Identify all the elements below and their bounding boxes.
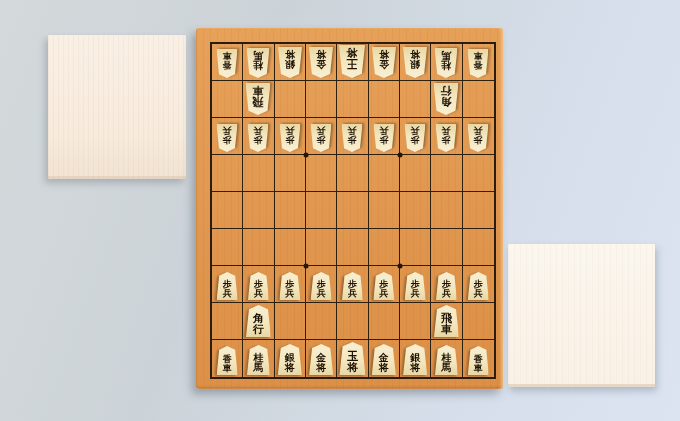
square-1f[interactable] <box>463 229 494 266</box>
sente-silver-piece[interactable]: 銀将 <box>403 344 427 375</box>
piece-face: 金将 <box>372 47 396 78</box>
square-1i[interactable]: 香車 <box>463 340 494 377</box>
piece-face: 銀将 <box>278 344 302 375</box>
square-6d[interactable] <box>306 155 337 192</box>
square-3c[interactable]: 歩兵 <box>400 118 431 155</box>
gote-knight-piece[interactable]: 桂馬 <box>435 48 458 78</box>
square-7b[interactable] <box>275 81 306 118</box>
square-7f[interactable] <box>275 229 306 266</box>
piece-face: 歩兵 <box>405 272 426 300</box>
gote-knight-piece[interactable]: 桂馬 <box>247 48 270 78</box>
sente-gold-piece[interactable]: 金将 <box>309 344 333 375</box>
square-2c[interactable]: 歩兵 <box>431 118 462 155</box>
piece-face: 香車 <box>217 346 238 375</box>
square-2g[interactable]: 歩兵 <box>431 266 462 303</box>
square-9e[interactable] <box>212 192 243 229</box>
square-1d[interactable] <box>463 155 494 192</box>
gote-gold-piece[interactable]: 金将 <box>309 47 333 78</box>
square-4d[interactable] <box>369 155 400 192</box>
square-7g[interactable]: 歩兵 <box>275 266 306 303</box>
square-8c[interactable]: 歩兵 <box>243 118 274 155</box>
square-5i[interactable]: 玉将 <box>337 340 368 377</box>
square-3e[interactable] <box>400 192 431 229</box>
piece-face: 玉将 <box>339 342 365 375</box>
gote-bishop-piece[interactable]: 角行 <box>434 83 459 115</box>
square-5b[interactable] <box>337 81 368 118</box>
piece-face: 金将 <box>309 47 333 78</box>
square-2a[interactable]: 桂馬 <box>431 44 462 81</box>
square-4a[interactable]: 金将 <box>369 44 400 81</box>
square-9i[interactable]: 香車 <box>212 340 243 377</box>
square-6g[interactable]: 歩兵 <box>306 266 337 303</box>
square-1c[interactable]: 歩兵 <box>463 118 494 155</box>
square-2i[interactable]: 桂馬 <box>431 340 462 377</box>
sente-lance-piece[interactable]: 香車 <box>468 346 489 375</box>
gote-pawn-piece[interactable]: 歩兵 <box>248 124 269 152</box>
board-grid: 香車桂馬銀将金将王将金将銀将桂馬香車飛車角行歩兵歩兵歩兵歩兵歩兵歩兵歩兵歩兵歩兵… <box>210 42 496 379</box>
sente-rook-piece[interactable]: 飛車 <box>434 305 459 337</box>
square-8g[interactable]: 歩兵 <box>243 266 274 303</box>
shogi-board: 香車桂馬銀将金将王将金将銀将桂馬香車飛車角行歩兵歩兵歩兵歩兵歩兵歩兵歩兵歩兵歩兵… <box>196 28 503 389</box>
square-4c[interactable]: 歩兵 <box>369 118 400 155</box>
piece-face: 歩兵 <box>405 124 426 152</box>
square-4g[interactable]: 歩兵 <box>369 266 400 303</box>
gote-gold-piece[interactable]: 金将 <box>372 47 396 78</box>
sente-knight-piece[interactable]: 桂馬 <box>247 345 270 375</box>
square-2h[interactable]: 飛車 <box>431 303 462 340</box>
piece-face: 金将 <box>372 344 396 375</box>
square-5a[interactable]: 王将 <box>337 44 368 81</box>
square-2e[interactable] <box>431 192 462 229</box>
piece-face: 桂馬 <box>435 345 458 375</box>
sente-bishop-piece[interactable]: 角行 <box>246 305 271 337</box>
sente-pawn-piece[interactable]: 歩兵 <box>248 272 269 300</box>
square-6e[interactable] <box>306 192 337 229</box>
sente-pawn-piece[interactable]: 歩兵 <box>373 272 394 300</box>
gote-pawn-piece[interactable]: 歩兵 <box>342 124 363 152</box>
square-8h[interactable]: 角行 <box>243 303 274 340</box>
piece-face: 桂馬 <box>247 48 270 78</box>
sente-king-piece[interactable]: 玉将 <box>339 342 365 375</box>
sente-pawn-piece[interactable]: 歩兵 <box>468 272 489 300</box>
gote-pawn-piece[interactable]: 歩兵 <box>468 124 489 152</box>
piece-face: 歩兵 <box>311 124 332 152</box>
sente-knight-piece[interactable]: 桂馬 <box>435 345 458 375</box>
square-2d[interactable] <box>431 155 462 192</box>
piece-face: 歩兵 <box>217 124 238 152</box>
square-5f[interactable] <box>337 229 368 266</box>
square-9h[interactable] <box>212 303 243 340</box>
square-3i[interactable]: 銀将 <box>400 340 431 377</box>
square-7c[interactable]: 歩兵 <box>275 118 306 155</box>
komadai-sente-empty <box>508 244 655 387</box>
square-4i[interactable]: 金将 <box>369 340 400 377</box>
piece-face: 歩兵 <box>248 272 269 300</box>
square-9a[interactable]: 香車 <box>212 44 243 81</box>
square-7h[interactable] <box>275 303 306 340</box>
square-7a[interactable]: 銀将 <box>275 44 306 81</box>
square-4e[interactable] <box>369 192 400 229</box>
square-3g[interactable]: 歩兵 <box>400 266 431 303</box>
square-3d[interactable] <box>400 155 431 192</box>
square-8d[interactable] <box>243 155 274 192</box>
square-8e[interactable] <box>243 192 274 229</box>
gote-pawn-piece[interactable]: 歩兵 <box>373 124 394 152</box>
sente-pawn-piece[interactable]: 歩兵 <box>279 272 300 300</box>
piece-face: 歩兵 <box>248 124 269 152</box>
piece-face: 歩兵 <box>342 124 363 152</box>
square-7e[interactable] <box>275 192 306 229</box>
piece-face: 歩兵 <box>373 272 394 300</box>
square-5g[interactable]: 歩兵 <box>337 266 368 303</box>
shogi-scene: 香車桂馬銀将金将王将金将銀将桂馬香車飛車角行歩兵歩兵歩兵歩兵歩兵歩兵歩兵歩兵歩兵… <box>0 0 680 421</box>
star-point <box>398 264 403 269</box>
star-point <box>398 153 403 158</box>
square-5e[interactable] <box>337 192 368 229</box>
square-8b[interactable]: 飛車 <box>243 81 274 118</box>
square-2f[interactable] <box>431 229 462 266</box>
sente-pawn-piece[interactable]: 歩兵 <box>342 272 363 300</box>
piece-face: 歩兵 <box>468 272 489 300</box>
piece-face: 角行 <box>246 305 271 337</box>
square-8f[interactable] <box>243 229 274 266</box>
piece-face: 飛車 <box>246 83 271 115</box>
square-6h[interactable] <box>306 303 337 340</box>
piece-face: 王将 <box>339 45 365 78</box>
gote-lance-piece[interactable]: 香車 <box>468 49 489 78</box>
square-9d[interactable] <box>212 155 243 192</box>
piece-face: 香車 <box>468 49 489 78</box>
square-2b[interactable]: 角行 <box>431 81 462 118</box>
square-7d[interactable] <box>275 155 306 192</box>
piece-face: 歩兵 <box>279 124 300 152</box>
square-6b[interactable] <box>306 81 337 118</box>
sente-pawn-piece[interactable]: 歩兵 <box>405 272 426 300</box>
gote-silver-piece[interactable]: 銀将 <box>403 47 427 78</box>
square-6c[interactable]: 歩兵 <box>306 118 337 155</box>
piece-face: 角行 <box>434 83 459 115</box>
sente-gold-piece[interactable]: 金将 <box>372 344 396 375</box>
gote-lance-piece[interactable]: 香車 <box>217 49 238 78</box>
square-6a[interactable]: 金将 <box>306 44 337 81</box>
gote-pawn-piece[interactable]: 歩兵 <box>436 124 457 152</box>
square-5h[interactable] <box>337 303 368 340</box>
star-point <box>304 264 309 269</box>
square-8a[interactable]: 桂馬 <box>243 44 274 81</box>
piece-face: 桂馬 <box>247 345 270 375</box>
piece-face: 歩兵 <box>279 272 300 300</box>
star-point <box>304 153 309 158</box>
piece-face: 香車 <box>468 346 489 375</box>
piece-face: 銀将 <box>278 47 302 78</box>
square-1e[interactable] <box>463 192 494 229</box>
piece-face: 銀将 <box>403 47 427 78</box>
square-1g[interactable]: 歩兵 <box>463 266 494 303</box>
piece-face: 金将 <box>309 344 333 375</box>
sente-pawn-piece[interactable]: 歩兵 <box>217 272 238 300</box>
square-9c[interactable]: 歩兵 <box>212 118 243 155</box>
square-9f[interactable] <box>212 229 243 266</box>
square-1a[interactable]: 香車 <box>463 44 494 81</box>
square-4h[interactable] <box>369 303 400 340</box>
gote-pawn-piece[interactable]: 歩兵 <box>217 124 238 152</box>
square-9b[interactable] <box>212 81 243 118</box>
square-7i[interactable]: 銀将 <box>275 340 306 377</box>
square-4b[interactable] <box>369 81 400 118</box>
gote-rook-piece[interactable]: 飛車 <box>246 83 271 115</box>
komadai-gote-empty <box>48 35 186 179</box>
square-3b[interactable] <box>400 81 431 118</box>
gote-silver-piece[interactable]: 銀将 <box>278 47 302 78</box>
sente-pawn-piece[interactable]: 歩兵 <box>311 272 332 300</box>
square-1h[interactable] <box>463 303 494 340</box>
gote-king-piece[interactable]: 王将 <box>339 45 365 78</box>
square-5c[interactable]: 歩兵 <box>337 118 368 155</box>
piece-face: 飛車 <box>434 305 459 337</box>
piece-face: 歩兵 <box>373 124 394 152</box>
square-4f[interactable] <box>369 229 400 266</box>
sente-silver-piece[interactable]: 銀将 <box>278 344 302 375</box>
gote-pawn-piece[interactable]: 歩兵 <box>279 124 300 152</box>
sente-pawn-piece[interactable]: 歩兵 <box>436 272 457 300</box>
square-9g[interactable]: 歩兵 <box>212 266 243 303</box>
sente-lance-piece[interactable]: 香車 <box>217 346 238 375</box>
gote-pawn-piece[interactable]: 歩兵 <box>405 124 426 152</box>
piece-face: 香車 <box>217 49 238 78</box>
piece-face: 歩兵 <box>468 124 489 152</box>
gote-pawn-piece[interactable]: 歩兵 <box>311 124 332 152</box>
square-6f[interactable] <box>306 229 337 266</box>
square-3f[interactable] <box>400 229 431 266</box>
square-5d[interactable] <box>337 155 368 192</box>
square-3h[interactable] <box>400 303 431 340</box>
piece-face: 銀将 <box>403 344 427 375</box>
piece-face: 歩兵 <box>342 272 363 300</box>
piece-face: 歩兵 <box>217 272 238 300</box>
piece-face: 歩兵 <box>311 272 332 300</box>
square-6i[interactable]: 金将 <box>306 340 337 377</box>
piece-face: 歩兵 <box>436 124 457 152</box>
square-8i[interactable]: 桂馬 <box>243 340 274 377</box>
square-1b[interactable] <box>463 81 494 118</box>
square-3a[interactable]: 銀将 <box>400 44 431 81</box>
piece-face: 桂馬 <box>435 48 458 78</box>
piece-face: 歩兵 <box>436 272 457 300</box>
